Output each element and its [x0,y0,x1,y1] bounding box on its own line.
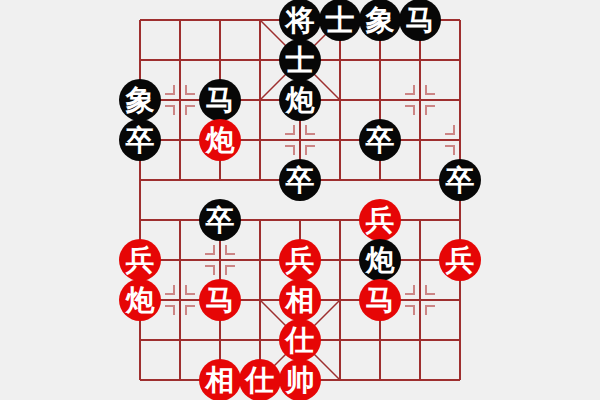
piece-red-advisor[interactable]: 仕 [239,359,281,400]
piece-black-cannon[interactable]: 炮 [279,79,321,121]
piece-red-soldier[interactable]: 兵 [359,199,401,241]
piece-red-soldier[interactable]: 兵 [439,239,481,281]
piece-red-general[interactable]: 帅 [279,359,321,400]
piece-black-soldier[interactable]: 卒 [359,119,401,161]
piece-black-horse[interactable]: 马 [199,79,241,121]
piece-black-soldier[interactable]: 卒 [279,159,321,201]
piece-red-advisor[interactable]: 仕 [279,319,321,361]
piece-red-horse[interactable]: 马 [359,279,401,321]
piece-red-cannon[interactable]: 炮 [119,279,161,321]
xiangqi-board: 将士象马士象马炮卒炮卒卒卒卒兵兵兵炮兵炮马相马仕相仕帅 [0,0,600,400]
piece-red-soldier[interactable]: 兵 [119,239,161,281]
piece-black-advisor[interactable]: 士 [279,39,321,81]
piece-red-soldier[interactable]: 兵 [279,239,321,281]
piece-black-horse[interactable]: 马 [399,0,441,41]
piece-red-cannon[interactable]: 炮 [199,119,241,161]
piece-black-soldier[interactable]: 卒 [119,119,161,161]
piece-black-cannon[interactable]: 炮 [359,239,401,281]
piece-red-elephant[interactable]: 相 [199,359,241,400]
piece-black-general[interactable]: 将 [279,0,321,41]
piece-black-advisor[interactable]: 士 [319,0,361,41]
piece-black-elephant[interactable]: 象 [119,79,161,121]
piece-black-elephant[interactable]: 象 [359,0,401,41]
piece-black-soldier[interactable]: 卒 [199,199,241,241]
piece-red-horse[interactable]: 马 [199,279,241,321]
piece-black-soldier[interactable]: 卒 [439,159,481,201]
piece-red-elephant[interactable]: 相 [279,279,321,321]
